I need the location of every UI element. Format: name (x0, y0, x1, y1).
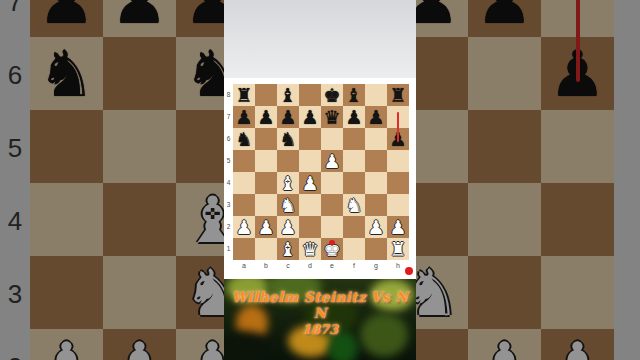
rank-label-8: 8 (224, 91, 233, 98)
piece-black-rook: ♜ (235, 86, 252, 105)
piece-black-pawn: ♟ (257, 108, 274, 127)
file-label-f: f (343, 262, 365, 269)
square-a3[interactable] (233, 194, 255, 216)
rank-label-2: 2 (224, 223, 233, 230)
caption: Wilhelm Steinitz Vs N N 1873 (224, 289, 416, 337)
file-label-e: e (321, 262, 343, 269)
piece-black-knight: ♞ (279, 130, 296, 149)
piece-white-pawn: ♟ (367, 218, 384, 237)
square-h5[interactable] (387, 150, 409, 172)
piece-white-pawn: ♟ (301, 174, 318, 193)
square-a5[interactable] (233, 150, 255, 172)
rank-label-3: 3 (224, 201, 233, 208)
square-b2[interactable]: ♟ (255, 216, 277, 238)
piece-white-knight: ♞ (279, 196, 296, 215)
square-e2[interactable] (321, 216, 343, 238)
square-b6[interactable] (255, 128, 277, 150)
square-d4[interactable]: ♟ (299, 172, 321, 194)
file-label-b: b (255, 262, 277, 269)
square-g7[interactable]: ♟ (365, 106, 387, 128)
square-c7[interactable]: ♟ (277, 106, 299, 128)
square-c2[interactable]: ♟ (277, 216, 299, 238)
square-a6[interactable]: ♞ (233, 128, 255, 150)
piece-white-pawn: ♟ (257, 218, 274, 237)
square-c5[interactable] (277, 150, 299, 172)
square-a1[interactable] (233, 238, 255, 260)
piece-black-pawn: ♟ (367, 108, 384, 127)
piece-black-pawn: ♟ (301, 108, 318, 127)
square-c1[interactable]: ♝ (277, 238, 299, 260)
chess-board: ♜♝♚♝♜♟♟♟♟♛♟♟♞♞♟♟♝♟♞♞♟♟♟♟♟♝♛♚♜ (233, 84, 409, 260)
square-h1[interactable]: ♜ (387, 238, 409, 260)
piece-black-knight: ♞ (235, 130, 252, 149)
square-b8[interactable] (255, 84, 277, 106)
square-f1[interactable] (343, 238, 365, 260)
square-g6[interactable] (365, 128, 387, 150)
caption-year: 1873 (224, 322, 416, 337)
square-e8[interactable]: ♚ (321, 84, 343, 106)
piece-white-pawn: ♟ (279, 218, 296, 237)
square-h4[interactable] (387, 172, 409, 194)
square-c3[interactable]: ♞ (277, 194, 299, 216)
square-d6[interactable] (299, 128, 321, 150)
piece-black-bishop: ♝ (345, 86, 362, 105)
piece-black-pawn: ♟ (235, 108, 252, 127)
square-f8[interactable]: ♝ (343, 84, 365, 106)
piece-black-queen: ♛ (323, 108, 340, 127)
square-e3[interactable] (321, 194, 343, 216)
square-f7[interactable]: ♟ (343, 106, 365, 128)
piece-black-king: ♚ (323, 86, 340, 105)
square-f6[interactable] (343, 128, 365, 150)
square-a4[interactable] (233, 172, 255, 194)
square-h3[interactable] (387, 194, 409, 216)
square-c4[interactable]: ♝ (277, 172, 299, 194)
square-a7[interactable]: ♟ (233, 106, 255, 128)
square-b7[interactable]: ♟ (255, 106, 277, 128)
board-panel: ♜♝♚♝♜♟♟♟♟♛♟♟♞♞♟♟♝♟♞♞♟♟♟♟♟♝♛♚♜ 87654321 a… (224, 78, 416, 279)
piece-black-rook: ♜ (389, 86, 406, 105)
file-label-c: c (277, 262, 299, 269)
video-frame: 87654321 ♜♝♚♝♜♟♟♟♟♛♟♟♞♞♟♟♝♟♞♞♟♟♟♟♟♝♛♚♜ ♜… (0, 0, 640, 360)
square-f3[interactable]: ♞ (343, 194, 365, 216)
caption-players: Wilhelm Steinitz Vs N N (224, 289, 416, 321)
square-e7[interactable]: ♛ (321, 106, 343, 128)
square-a8[interactable]: ♜ (233, 84, 255, 106)
piece-white-knight: ♞ (345, 196, 362, 215)
square-h8[interactable]: ♜ (387, 84, 409, 106)
piece-white-bishop: ♝ (279, 174, 296, 193)
square-f5[interactable] (343, 150, 365, 172)
piece-black-pawn: ♟ (279, 108, 296, 127)
square-d1[interactable]: ♛ (299, 238, 321, 260)
recording-red-dot (405, 267, 413, 275)
square-g3[interactable] (365, 194, 387, 216)
square-d5[interactable] (299, 150, 321, 172)
rank-label-5: 5 (224, 157, 233, 164)
video-strip: ♜♝♚♝♜♟♟♟♟♛♟♟♞♞♟♟♝♟♞♞♟♟♟♟♟♝♛♚♜ 87654321 a… (224, 0, 416, 360)
square-h2[interactable]: ♟ (387, 216, 409, 238)
square-b4[interactable] (255, 172, 277, 194)
square-g2[interactable]: ♟ (365, 216, 387, 238)
square-d3[interactable] (299, 194, 321, 216)
piece-white-rook: ♜ (389, 240, 406, 259)
piece-black-pawn: ♟ (345, 108, 362, 127)
last-move-arrow (397, 112, 399, 141)
square-c8[interactable]: ♝ (277, 84, 299, 106)
square-b1[interactable] (255, 238, 277, 260)
square-g1[interactable] (365, 238, 387, 260)
square-b3[interactable] (255, 194, 277, 216)
file-label-g: g (365, 262, 387, 269)
square-g5[interactable] (365, 150, 387, 172)
file-label-a: a (233, 262, 255, 269)
square-g8[interactable] (365, 84, 387, 106)
square-d7[interactable]: ♟ (299, 106, 321, 128)
rank-label-6: 6 (224, 135, 233, 142)
piece-white-pawn: ♟ (323, 152, 340, 171)
square-d2[interactable] (299, 216, 321, 238)
square-e6[interactable] (321, 128, 343, 150)
square-b5[interactable] (255, 150, 277, 172)
square-e4[interactable] (321, 172, 343, 194)
rank-label-4: 4 (224, 179, 233, 186)
rank-label-7: 7 (224, 113, 233, 120)
forest-backdrop: Wilhelm Steinitz Vs N N 1873 (224, 279, 416, 360)
piece-black-bishop: ♝ (279, 86, 296, 105)
piece-white-queen: ♛ (301, 240, 318, 259)
square-c6[interactable]: ♞ (277, 128, 299, 150)
piece-white-bishop: ♝ (279, 240, 296, 259)
square-f4[interactable] (343, 172, 365, 194)
square-e5[interactable]: ♟ (321, 150, 343, 172)
square-g4[interactable] (365, 172, 387, 194)
file-label-d: d (299, 262, 321, 269)
square-d8[interactable] (299, 84, 321, 106)
piece-white-pawn: ♟ (389, 218, 406, 237)
square-a2[interactable]: ♟ (233, 216, 255, 238)
piece-white-pawn: ♟ (235, 218, 252, 237)
rank-label-1: 1 (224, 245, 233, 252)
app-background-area (224, 0, 416, 79)
square-f2[interactable] (343, 216, 365, 238)
